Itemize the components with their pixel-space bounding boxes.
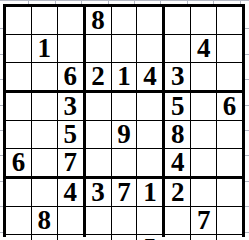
cell-r6c3[interactable]: 7 (58, 149, 83, 176)
cell-r2c3[interactable] (58, 35, 83, 62)
cell-r5c4[interactable] (86, 121, 111, 148)
sudoku-box-5: 9 (86, 93, 163, 176)
cell-r2c1[interactable] (6, 35, 31, 62)
cell-r8c4[interactable] (86, 207, 111, 234)
cell-r4c9[interactable]: 6 (217, 93, 242, 120)
cell-r3c4[interactable]: 2 (86, 63, 111, 90)
cell-r4c8[interactable] (191, 93, 216, 120)
cell-r5c2[interactable] (32, 121, 57, 148)
cell-r5c1[interactable] (6, 121, 31, 148)
cell-r5c7[interactable]: 8 (165, 121, 190, 148)
cell-r9c9[interactable] (217, 235, 242, 240)
spreadsheet-gridline-top (0, 0, 249, 1)
cell-r3c6[interactable]: 4 (137, 63, 162, 90)
cell-r9c5[interactable] (112, 235, 137, 240)
cell-r2c5[interactable] (112, 35, 137, 62)
cell-r3c8[interactable] (191, 63, 216, 90)
sudoku-box-9: 27 (165, 179, 242, 240)
cell-r9c6[interactable]: 5 (137, 235, 162, 240)
cell-r6c8[interactable] (191, 149, 216, 176)
cell-r8c5[interactable] (112, 207, 137, 234)
cell-r7c3[interactable]: 4 (58, 179, 83, 206)
cell-r4c3[interactable]: 3 (58, 93, 83, 120)
cell-r6c1[interactable]: 6 (6, 149, 31, 176)
cell-r6c6[interactable] (137, 149, 162, 176)
cell-r6c9[interactable] (217, 149, 242, 176)
cell-r5c6[interactable] (137, 121, 162, 148)
cell-r7c5[interactable]: 7 (112, 179, 137, 206)
cell-r1c7[interactable] (165, 7, 190, 34)
cell-r5c3[interactable]: 5 (58, 121, 83, 148)
cell-r7c2[interactable] (32, 179, 57, 206)
sudoku-box-7: 48 (6, 179, 83, 240)
cell-r1c9[interactable] (217, 7, 242, 34)
cell-r3c9[interactable] (217, 63, 242, 90)
cell-r6c4[interactable] (86, 149, 111, 176)
cell-r1c3[interactable] (58, 7, 83, 34)
cell-r2c6[interactable] (137, 35, 162, 62)
cell-r9c1[interactable] (6, 235, 31, 240)
cell-r6c2[interactable] (32, 149, 57, 176)
sudoku-box-1: 16 (6, 7, 83, 90)
cell-r5c5[interactable]: 9 (112, 121, 137, 148)
cell-r7c8[interactable] (191, 179, 216, 206)
cell-r6c5[interactable] (112, 149, 137, 176)
cell-r7c7[interactable]: 2 (165, 179, 190, 206)
cell-r8c8[interactable]: 7 (191, 207, 216, 234)
cell-r2c4[interactable] (86, 35, 111, 62)
cell-r3c3[interactable]: 6 (58, 63, 83, 90)
cell-r1c1[interactable] (6, 7, 31, 34)
cell-r7c1[interactable] (6, 179, 31, 206)
cell-r4c6[interactable] (137, 93, 162, 120)
cell-r5c9[interactable] (217, 121, 242, 148)
cell-r8c1[interactable] (6, 207, 31, 234)
cell-r4c7[interactable]: 5 (165, 93, 190, 120)
cell-r5c8[interactable] (191, 121, 216, 148)
cell-r3c1[interactable] (6, 63, 31, 90)
cell-r4c1[interactable] (6, 93, 31, 120)
cell-r8c9[interactable] (217, 207, 242, 234)
cell-r2c2[interactable]: 1 (32, 35, 57, 62)
cell-r3c2[interactable] (32, 63, 57, 90)
cell-r8c6[interactable] (137, 207, 162, 234)
cell-r1c6[interactable] (137, 7, 162, 34)
cell-r4c5[interactable] (112, 93, 137, 120)
cell-r1c2[interactable] (32, 7, 57, 34)
cell-r8c2[interactable]: 8 (32, 207, 57, 234)
cell-r9c4[interactable] (86, 235, 111, 240)
sudoku-box-8: 3715 (86, 179, 163, 240)
cell-r4c2[interactable] (32, 93, 57, 120)
cell-r2c8[interactable]: 4 (191, 35, 216, 62)
sudoku-box-4: 3567 (6, 93, 83, 176)
cell-r1c4[interactable]: 8 (86, 7, 111, 34)
cell-r3c7[interactable]: 3 (165, 63, 190, 90)
cell-r9c7[interactable] (165, 235, 190, 240)
cell-r7c9[interactable] (217, 179, 242, 206)
cell-r7c4[interactable]: 3 (86, 179, 111, 206)
cell-r8c7[interactable] (165, 207, 190, 234)
cell-r1c8[interactable] (191, 7, 216, 34)
sudoku-box-6: 5684 (165, 93, 242, 176)
cell-r7c6[interactable]: 1 (137, 179, 162, 206)
sudoku-box-2: 8214 (86, 7, 163, 90)
cell-r6c7[interactable]: 4 (165, 149, 190, 176)
sudoku-box-3: 43 (165, 7, 242, 90)
cell-r8c3[interactable] (58, 207, 83, 234)
cell-r9c2[interactable] (32, 235, 57, 240)
cell-r2c7[interactable] (165, 35, 190, 62)
cell-r1c5[interactable] (112, 7, 137, 34)
cell-r3c5[interactable]: 1 (112, 63, 137, 90)
cell-r9c8[interactable] (191, 235, 216, 240)
cell-r9c3[interactable] (58, 235, 83, 240)
cell-r2c9[interactable] (217, 35, 242, 62)
spreadsheet-canvas: 1682144335679568448371527 (0, 0, 249, 240)
sudoku-board: 1682144335679568448371527 (3, 4, 245, 237)
cell-r4c4[interactable] (86, 93, 111, 120)
